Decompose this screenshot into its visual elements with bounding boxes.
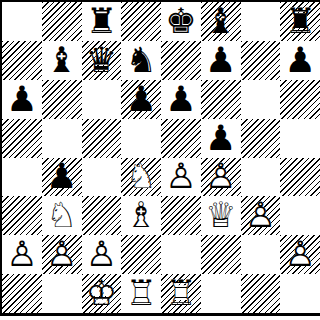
piece-glyph: ♜ [284,4,315,39]
white-pawn-icon[interactable]: ♟♙ [82,235,122,274]
square-c3[interactable] [82,196,122,235]
black-bishop-icon[interactable]: ♝♝ [42,41,82,80]
square-b7[interactable]: ♝♝ [42,41,82,80]
square-f6[interactable] [201,80,241,119]
piece-glyph: ♔ [86,276,117,311]
black-pawn-icon[interactable]: ♟♟ [280,41,320,80]
square-e1[interactable]: ♜♖ [161,274,201,313]
square-f5[interactable]: ♟♟ [201,119,241,158]
chess-board: ♜♜♚♚♝♝♜♜♝♝♛♛♞♞♟♟♟♟♟♟♟♟♟♟♟♟♟♟♞♘♟♙♟♙♞♘♝♗♛♕… [0,0,320,316]
piece-glyph: ♙ [165,159,196,194]
square-h4[interactable] [280,158,320,197]
square-f7[interactable]: ♟♟ [201,41,241,80]
square-c2[interactable]: ♟♙ [82,235,122,274]
square-h6[interactable] [280,80,320,119]
piece-glyph: ♖ [165,276,196,311]
white-king-icon[interactable]: ♚♔ [82,274,122,313]
square-c5[interactable] [82,119,122,158]
white-queen-icon[interactable]: ♛♕ [201,196,241,235]
white-bishop-icon[interactable]: ♝♗ [121,196,161,235]
square-d8[interactable] [121,2,161,41]
black-pawn-icon[interactable]: ♟♟ [201,41,241,80]
piece-glyph: ♗ [125,198,156,233]
piece-glyph: ♝ [205,4,236,39]
piece-glyph: ♕ [205,198,236,233]
square-a1[interactable] [2,274,42,313]
white-pawn-icon[interactable]: ♟♙ [241,196,281,235]
piece-glyph: ♙ [245,198,276,233]
piece-glyph: ♛ [86,43,117,78]
square-c4[interactable] [82,158,122,197]
square-d7[interactable]: ♞♞ [121,41,161,80]
square-d4[interactable]: ♞♘ [121,158,161,197]
square-g3[interactable]: ♟♙ [241,196,281,235]
piece-glyph: ♟ [6,82,37,117]
piece-glyph: ♙ [46,237,77,272]
square-e3[interactable] [161,196,201,235]
square-a8[interactable] [2,2,42,41]
piece-glyph: ♟ [46,159,77,194]
piece-glyph: ♟ [165,82,196,117]
square-f8[interactable]: ♝♝ [201,2,241,41]
square-f2[interactable] [201,235,241,274]
piece-glyph: ♙ [284,237,315,272]
square-b4[interactable]: ♟♟ [42,158,82,197]
square-d1[interactable]: ♜♖ [121,274,161,313]
black-pawn-icon[interactable]: ♟♟ [42,158,82,197]
square-e5[interactable] [161,119,201,158]
piece-glyph: ♙ [205,159,236,194]
square-b2[interactable]: ♟♙ [42,235,82,274]
white-knight-icon[interactable]: ♞♘ [42,196,82,235]
white-rook-icon[interactable]: ♜♖ [161,274,201,313]
square-a4[interactable] [2,158,42,197]
square-e2[interactable] [161,235,201,274]
piece-glyph: ♘ [125,159,156,194]
black-rook-icon[interactable]: ♜♜ [82,2,122,41]
square-b6[interactable] [42,80,82,119]
white-knight-icon[interactable]: ♞♘ [121,158,161,197]
square-c7[interactable]: ♛♛ [82,41,122,80]
square-e8[interactable]: ♚♚ [161,2,201,41]
square-h7[interactable]: ♟♟ [280,41,320,80]
square-g6[interactable] [241,80,281,119]
black-queen-icon[interactable]: ♛♛ [82,41,122,80]
square-a6[interactable]: ♟♟ [2,80,42,119]
white-rook-icon[interactable]: ♜♖ [121,274,161,313]
square-h5[interactable] [280,119,320,158]
square-c1[interactable]: ♚♔ [82,274,122,313]
black-knight-icon[interactable]: ♞♞ [121,41,161,80]
square-f4[interactable]: ♟♙ [201,158,241,197]
square-g5[interactable] [241,119,281,158]
square-h1[interactable] [280,274,320,313]
piece-glyph: ♝ [46,43,77,78]
square-e6[interactable]: ♟♟ [161,80,201,119]
square-d2[interactable] [121,235,161,274]
piece-glyph: ♜ [86,4,117,39]
square-e7[interactable] [161,41,201,80]
piece-glyph: ♞ [125,43,156,78]
white-pawn-icon[interactable]: ♟♙ [2,235,42,274]
square-a2[interactable]: ♟♙ [2,235,42,274]
square-a5[interactable] [2,119,42,158]
piece-glyph: ♙ [6,237,37,272]
square-g7[interactable] [241,41,281,80]
black-rook-icon[interactable]: ♜♜ [280,2,320,41]
square-b3[interactable]: ♞♘ [42,196,82,235]
square-e4[interactable]: ♟♙ [161,158,201,197]
square-b5[interactable] [42,119,82,158]
square-a3[interactable] [2,196,42,235]
piece-glyph: ♟ [205,121,236,156]
square-g2[interactable] [241,235,281,274]
white-pawn-icon[interactable]: ♟♙ [161,158,201,197]
piece-glyph: ♟ [284,43,315,78]
black-pawn-icon[interactable]: ♟♟ [201,119,241,158]
square-d3[interactable]: ♝♗ [121,196,161,235]
square-b1[interactable] [42,274,82,313]
black-bishop-icon[interactable]: ♝♝ [201,2,241,41]
black-king-icon[interactable]: ♚♚ [161,2,201,41]
white-pawn-icon[interactable]: ♟♙ [201,158,241,197]
chess-diagram: ♜♜♚♚♝♝♜♜♝♝♛♛♞♞♟♟♟♟♟♟♟♟♟♟♟♟♟♟♞♘♟♙♟♙♞♘♝♗♛♕… [0,0,320,320]
square-d6[interactable]: ♟♟ [121,80,161,119]
white-pawn-icon[interactable]: ♟♙ [42,235,82,274]
piece-glyph: ♙ [86,237,117,272]
piece-glyph: ♟ [125,82,156,117]
piece-glyph: ♘ [46,198,77,233]
square-b8[interactable] [42,2,82,41]
square-h8[interactable]: ♜♜ [280,2,320,41]
black-pawn-icon[interactable]: ♟♟ [2,80,42,119]
square-f3[interactable]: ♛♕ [201,196,241,235]
piece-glyph: ♖ [125,276,156,311]
square-h3[interactable] [280,196,320,235]
square-a7[interactable] [2,41,42,80]
square-h2[interactable]: ♟♙ [280,235,320,274]
square-g4[interactable] [241,158,281,197]
square-g8[interactable] [241,2,281,41]
black-pawn-icon[interactable]: ♟♟ [121,80,161,119]
square-c6[interactable] [82,80,122,119]
square-c8[interactable]: ♜♜ [82,2,122,41]
square-d5[interactable] [121,119,161,158]
square-g1[interactable] [241,274,281,313]
square-f1[interactable] [201,274,241,313]
black-pawn-icon[interactable]: ♟♟ [161,80,201,119]
piece-glyph: ♟ [205,43,236,78]
white-pawn-icon[interactable]: ♟♙ [280,235,320,274]
piece-glyph: ♚ [165,4,196,39]
